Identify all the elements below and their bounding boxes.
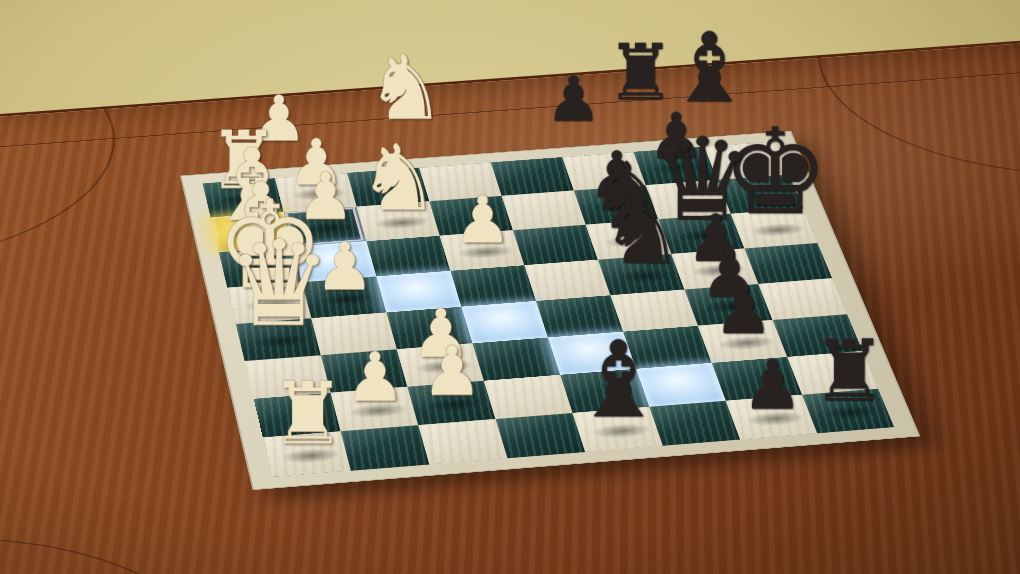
square-h1[interactable]: ♜	[263, 431, 351, 477]
square-h7[interactable]: ♟	[726, 395, 817, 440]
chess-3d-stage: ♜♟♟♝♟♞♟♝♟♞♛♚♚♟♞♟♛♟♟♟♟♟♜♝♟♜ ♟♞♟♜♝	[0, 0, 1020, 574]
piece-w-R-h1[interactable]: ♜	[269, 371, 346, 457]
piece-w-P-g2[interactable]: ♟	[345, 344, 406, 412]
piece-w-Q-e1[interactable]: ♛	[226, 225, 332, 343]
square-g3[interactable]: ♟	[407, 381, 495, 425]
square-h5[interactable]: ♝	[573, 407, 663, 452]
square-h2[interactable]	[341, 425, 430, 471]
piece-b-B-h5[interactable]: ♝	[571, 327, 666, 433]
square-h3[interactable]	[418, 419, 507, 464]
piece-b-P-f7[interactable]: ♟	[714, 278, 774, 344]
table-corner-arc	[0, 517, 264, 574]
table-corner-arc	[988, 410, 1020, 574]
square-h8[interactable]: ♜	[802, 389, 894, 434]
piece-b-P-h7[interactable]: ♟	[742, 352, 803, 420]
piece-b-R-h8[interactable]: ♜	[811, 329, 887, 414]
piece-w-P-g3[interactable]: ♟	[422, 338, 483, 406]
square-e1[interactable]: ♛	[236, 318, 321, 361]
